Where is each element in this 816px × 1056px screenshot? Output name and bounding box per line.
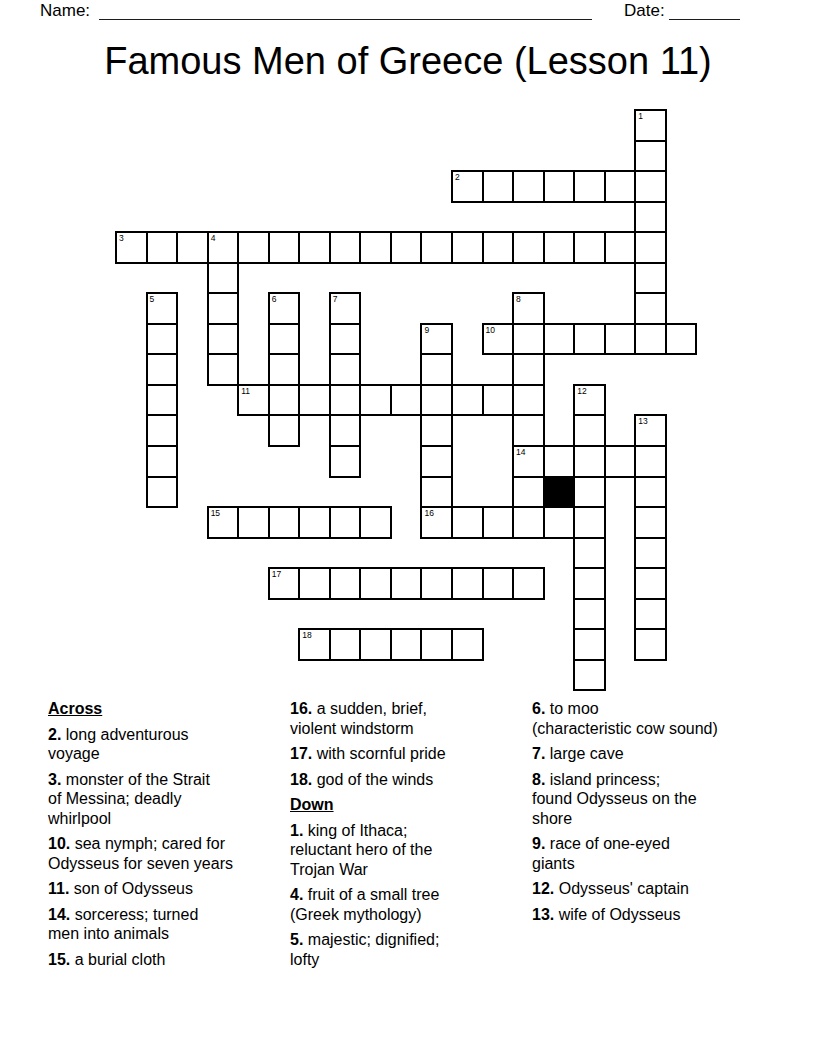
cell-number: 3 [119, 233, 124, 243]
grid-cell[interactable] [512, 476, 545, 509]
grid-cell[interactable] [329, 567, 362, 600]
clue-item: 18. god of the winds [290, 770, 527, 790]
clue-item: 13. wife of Odysseus [532, 905, 769, 925]
grid-cell[interactable] [298, 231, 331, 264]
grid-cell[interactable]: 10 [482, 323, 515, 356]
clue-item: 10. sea nymph; cared for Odysseus for se… [48, 834, 285, 873]
grid-cell[interactable] [329, 506, 362, 539]
grid-cell[interactable] [573, 414, 606, 447]
grid-cell[interactable] [482, 384, 515, 417]
grid-cell[interactable] [237, 231, 270, 264]
grid-cell[interactable] [451, 506, 484, 539]
grid-cell[interactable] [604, 445, 637, 478]
cell-number: 10 [486, 325, 495, 335]
clue-item: 17. with scornful pride [290, 744, 527, 764]
clue-text: sea nymph; cared for Odysseus for seven … [48, 835, 233, 872]
clue-text: monster of the Strait of Messina; deadly… [48, 771, 210, 827]
grid-cell[interactable] [634, 598, 667, 631]
grid-cell[interactable] [543, 170, 576, 203]
grid-cell[interactable] [329, 414, 362, 447]
clue-text: king of Ithaca; reluctant hero of the Tr… [290, 822, 432, 878]
cell-number: 14 [516, 447, 525, 457]
date-blank-line [669, 1, 740, 20]
clue-text: island princess; found Odysseus on the s… [532, 771, 697, 827]
cell-number: 9 [424, 325, 429, 335]
grid-cell[interactable] [298, 567, 331, 600]
cell-number: 15 [211, 508, 220, 518]
page-title: Famous Men of Greece (Lesson 11) [0, 40, 816, 83]
clue-text: long adventurous voyage [48, 726, 189, 763]
cell-number: 12 [577, 386, 586, 396]
clue-item: 8. island princess; found Odysseus on th… [532, 770, 769, 829]
grid-cell[interactable] [146, 353, 179, 386]
down-heading: Down [290, 795, 527, 815]
clue-text: Odysseus' captain [559, 880, 689, 897]
cell-number: 7 [333, 294, 338, 304]
grid-cell[interactable] [420, 476, 453, 509]
clue-number: 14. [48, 906, 75, 923]
grid-cell[interactable] [451, 628, 484, 661]
cell-number: 1 [638, 111, 643, 121]
grid-cell[interactable]: 2 [451, 170, 484, 203]
clue-item: 14. sorceress; turned men into animals [48, 905, 285, 944]
grid-cell[interactable]: 1 [634, 109, 667, 142]
grid-cell[interactable]: 12 [573, 384, 606, 417]
cell-number: 11 [241, 386, 250, 396]
cell-number: 16 [424, 508, 433, 518]
grid-cell[interactable] [573, 628, 606, 661]
clue-number: 5. [290, 931, 308, 948]
grid-cell[interactable] [420, 628, 453, 661]
clue-number: 15. [48, 951, 75, 968]
crossword-grid: 123456789101112131415161718 [116, 110, 696, 690]
clue-number: 13. [532, 906, 559, 923]
clue-item: 12. Odysseus' captain [532, 879, 769, 899]
grid-cell[interactable] [207, 292, 240, 325]
grid-cell[interactable] [237, 506, 270, 539]
clue-number: 12. [532, 880, 559, 897]
grid-cell[interactable] [329, 384, 362, 417]
grid-cell[interactable] [390, 384, 423, 417]
across-heading: Across [48, 699, 285, 719]
grid-cell[interactable] [482, 231, 515, 264]
grid-cell[interactable] [604, 170, 637, 203]
grid-cell[interactable] [543, 323, 576, 356]
clue-text: large cave [550, 745, 624, 762]
grid-cell[interactable] [390, 628, 423, 661]
grid-cell[interactable] [451, 384, 484, 417]
grid-cell[interactable] [359, 384, 392, 417]
cell-number: 8 [516, 294, 521, 304]
clue-item: 11. son of Odysseus [48, 879, 285, 899]
grid-cell[interactable] [420, 231, 453, 264]
grid-cell[interactable]: 9 [420, 323, 453, 356]
clue-text: fruit of a small tree (Greek mythology) [290, 886, 439, 923]
clue-item: 15. a burial cloth [48, 950, 285, 970]
grid-cell[interactable] [634, 170, 667, 203]
clue-item: 7. large cave [532, 744, 769, 764]
grid-cell[interactable] [268, 384, 301, 417]
clue-text: god of the winds [317, 771, 434, 788]
grid-cell[interactable] [146, 445, 179, 478]
grid-cell[interactable] [573, 323, 606, 356]
clue-column-3: 6. to moo (characteristic cow sound)7. l… [532, 699, 769, 930]
grid-cell[interactable] [573, 659, 606, 692]
grid-cell[interactable] [634, 628, 667, 661]
grid-cell[interactable]: 5 [146, 292, 179, 325]
grid-cell[interactable] [634, 201, 667, 234]
grid-cell[interactable] [634, 140, 667, 173]
grid-cell[interactable] [512, 567, 545, 600]
clue-item: 4. fruit of a small tree (Greek mytholog… [290, 885, 527, 924]
clue-number: 2. [48, 726, 66, 743]
grid-cell[interactable] [268, 414, 301, 447]
grid-cell[interactable] [268, 231, 301, 264]
grid-cell[interactable] [634, 231, 667, 264]
clue-text: majestic; dignified; lofty [290, 931, 439, 968]
grid-cell[interactable] [482, 506, 515, 539]
grid-cell[interactable] [298, 506, 331, 539]
clue-number: 8. [532, 771, 550, 788]
grid-cell[interactable] [146, 414, 179, 447]
grid-cell[interactable]: 6 [268, 292, 301, 325]
clue-number: 1. [290, 822, 308, 839]
date-label: Date: [624, 0, 665, 22]
grid-cell[interactable] [573, 506, 606, 539]
clue-column-2: 16. a sudden, brief, violent windstorm17… [290, 699, 527, 975]
grid-cell[interactable] [359, 567, 392, 600]
clue-number: 6. [532, 700, 550, 717]
grid-cell[interactable] [634, 506, 667, 539]
clue-number: 11. [48, 880, 74, 897]
grid-cell[interactable] [420, 353, 453, 386]
grid-cell[interactable]: 4 [207, 231, 240, 264]
clue-number: 9. [532, 835, 550, 852]
clue-text: with scornful pride [317, 745, 446, 762]
grid-cell[interactable] [573, 567, 606, 600]
grid-cell[interactable] [451, 567, 484, 600]
grid-cell[interactable] [451, 231, 484, 264]
grid-cell[interactable]: 14 [512, 445, 545, 478]
cell-number: 6 [272, 294, 277, 304]
grid-cell[interactable] [176, 231, 209, 264]
clue-item: 9. race of one-eyed giants [532, 834, 769, 873]
grid-cell[interactable] [420, 384, 453, 417]
grid-cell[interactable] [512, 353, 545, 386]
grid-cell[interactable] [634, 567, 667, 600]
name-label: Name: [40, 0, 90, 22]
grid-cell[interactable] [512, 384, 545, 417]
grid-cell[interactable] [482, 567, 515, 600]
clue-number: 4. [290, 886, 308, 903]
grid-cell[interactable]: 3 [115, 231, 148, 264]
cell-number: 2 [455, 172, 460, 182]
grid-cell[interactable] [634, 292, 667, 325]
grid-cell[interactable] [634, 323, 667, 356]
clue-text: wife of Odysseus [559, 906, 681, 923]
grid-cell[interactable]: 11 [237, 384, 270, 417]
grid-cell[interactable] [146, 323, 179, 356]
grid-cell[interactable] [634, 476, 667, 509]
grid-cell[interactable] [543, 445, 576, 478]
grid-cell[interactable] [482, 170, 515, 203]
grid-cell[interactable]: 18 [298, 628, 331, 661]
clue-text: to moo (characteristic cow sound) [532, 700, 718, 737]
cell-number: 17 [272, 569, 281, 579]
grid-cell[interactable]: 16 [420, 506, 453, 539]
grid-cell[interactable] [543, 231, 576, 264]
grid-cell[interactable] [573, 231, 606, 264]
clue-item: 1. king of Ithaca; reluctant hero of the… [290, 821, 527, 880]
clue-text: son of Odysseus [74, 880, 193, 897]
clue-column-1: Across2. long adventurous voyage3. monst… [48, 699, 285, 975]
grid-cell[interactable] [604, 231, 637, 264]
grid-cell[interactable] [390, 231, 423, 264]
grid-cell[interactable] [512, 323, 545, 356]
grid-cell[interactable]: 8 [512, 292, 545, 325]
grid-cell[interactable] [268, 506, 301, 539]
clue-number: 17. [290, 745, 317, 762]
grid-cell[interactable] [573, 476, 606, 509]
grid-cell[interactable] [359, 628, 392, 661]
grid-cell[interactable] [359, 231, 392, 264]
grid-cell[interactable] [512, 231, 545, 264]
clue-item: 16. a sudden, brief, violent windstorm [290, 699, 527, 738]
grid-cell[interactable] [665, 323, 698, 356]
black-cell [543, 476, 576, 509]
grid-cell[interactable] [420, 567, 453, 600]
grid-cell[interactable] [573, 598, 606, 631]
cell-number: 13 [638, 416, 647, 426]
grid-cell[interactable] [329, 445, 362, 478]
clue-item: 3. monster of the Strait of Messina; dea… [48, 770, 285, 829]
clue-text: a burial cloth [75, 951, 166, 968]
grid-cell[interactable]: 17 [268, 567, 301, 600]
grid-cell[interactable] [207, 353, 240, 386]
grid-cell[interactable]: 7 [329, 292, 362, 325]
grid-cell[interactable] [268, 353, 301, 386]
grid-cell[interactable] [604, 323, 637, 356]
clue-number: 3. [48, 771, 66, 788]
grid-cell[interactable] [329, 628, 362, 661]
clue-item: 5. majestic; dignified; lofty [290, 930, 527, 969]
grid-cell[interactable]: 13 [634, 414, 667, 447]
clue-number: 16. [290, 700, 317, 717]
clue-text: race of one-eyed giants [532, 835, 670, 872]
grid-cell[interactable] [329, 231, 362, 264]
name-blank-line [99, 1, 592, 20]
grid-cell[interactable] [146, 476, 179, 509]
grid-cell[interactable] [390, 567, 423, 600]
grid-cell[interactable] [512, 506, 545, 539]
clue-item: 2. long adventurous voyage [48, 725, 285, 764]
grid-cell[interactable] [146, 231, 179, 264]
clue-number: 10. [48, 835, 75, 852]
grid-cell[interactable] [298, 384, 331, 417]
grid-cell[interactable] [634, 262, 667, 295]
grid-cell[interactable] [634, 445, 667, 478]
grid-cell[interactable] [359, 506, 392, 539]
cell-number: 5 [150, 294, 155, 304]
grid-cell[interactable] [512, 170, 545, 203]
grid-cell[interactable] [634, 537, 667, 570]
grid-cell[interactable] [420, 414, 453, 447]
grid-cell[interactable] [543, 506, 576, 539]
clue-item: 6. to moo (characteristic cow sound) [532, 699, 769, 738]
grid-cell[interactable] [573, 170, 606, 203]
cell-number: 4 [211, 233, 216, 243]
grid-cell[interactable] [573, 445, 606, 478]
grid-cell[interactable] [512, 414, 545, 447]
grid-cell[interactable] [207, 323, 240, 356]
grid-cell[interactable] [420, 445, 453, 478]
grid-cell[interactable]: 15 [207, 506, 240, 539]
grid-cell[interactable] [573, 537, 606, 570]
cell-number: 18 [302, 630, 311, 640]
grid-cell[interactable] [329, 353, 362, 386]
grid-cell[interactable] [146, 384, 179, 417]
clue-number: 7. [532, 745, 550, 762]
grid-cell[interactable] [268, 323, 301, 356]
clue-number: 18. [290, 771, 317, 788]
grid-cell[interactable] [207, 262, 240, 295]
grid-cell[interactable] [329, 323, 362, 356]
